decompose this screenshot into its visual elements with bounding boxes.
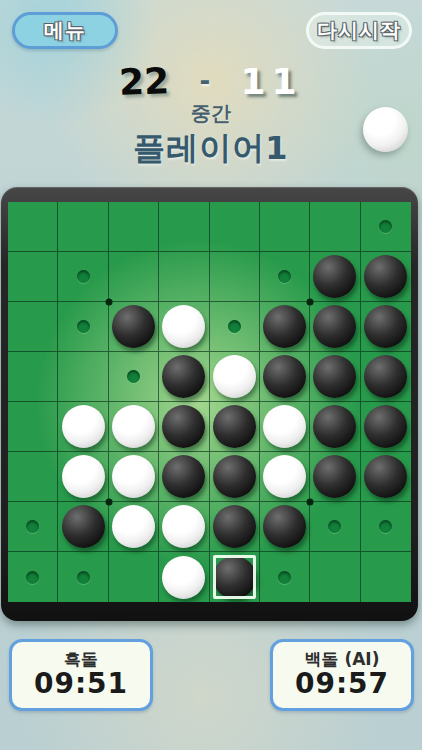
white-stone <box>162 505 205 548</box>
black-stone <box>263 505 306 548</box>
white-stone <box>112 505 155 548</box>
star-point <box>307 499 314 506</box>
board-cell-r0-c5[interactable] <box>260 202 310 252</box>
legal-move-hint-dot[interactable] <box>278 571 291 584</box>
board-grid <box>8 202 411 602</box>
board-cell-r2-c0[interactable] <box>8 302 58 352</box>
board-cell-r3-c5[interactable] <box>260 352 310 402</box>
board-frame <box>1 187 418 621</box>
white-timer-value: 09:57 <box>295 668 389 700</box>
board-cell-r5-c6[interactable] <box>310 452 360 502</box>
restart-button[interactable]: 다시시작 <box>306 12 412 49</box>
board-cell-r6-c5[interactable] <box>260 502 310 552</box>
board-cell-r2-c1[interactable] <box>58 302 108 352</box>
board-cell-r2-c2[interactable] <box>109 302 159 352</box>
white-stone <box>263 455 306 498</box>
board-cell-r1-c4[interactable] <box>210 252 260 302</box>
board-cell-r6-c0[interactable] <box>8 502 58 552</box>
board-cell-r0-c1[interactable] <box>58 202 108 252</box>
black-stone <box>62 505 105 548</box>
board-cell-r2-c3[interactable] <box>159 302 209 352</box>
black-stone <box>213 405 256 448</box>
board-cell-r6-c1[interactable] <box>58 502 108 552</box>
black-stone <box>162 455 205 498</box>
star-point <box>307 299 314 306</box>
black-timer-value: 09:51 <box>34 668 128 700</box>
white-stone <box>162 305 205 348</box>
white-stone <box>62 455 105 498</box>
board-cell-r2-c5[interactable] <box>260 302 310 352</box>
white-score: 11 <box>240 61 302 102</box>
menu-button[interactable]: 메뉴 <box>12 12 118 49</box>
board-cell-r5-c4[interactable] <box>210 452 260 502</box>
board-cell-r1-c0[interactable] <box>8 252 58 302</box>
board-cell-r4-c3[interactable] <box>159 402 209 452</box>
board-cell-r5-c2[interactable] <box>109 452 159 502</box>
board-cell-r5-c1[interactable] <box>58 452 108 502</box>
star-point <box>105 299 112 306</box>
legal-move-hint-dot[interactable] <box>77 571 90 584</box>
white-stone <box>162 556 205 599</box>
black-stone <box>313 455 356 498</box>
board-cell-r1-c7[interactable] <box>361 252 411 302</box>
white-stone <box>112 405 155 448</box>
board-cell-r0-c3[interactable] <box>159 202 209 252</box>
black-stone <box>364 355 407 398</box>
board-cell-r5-c5[interactable] <box>260 452 310 502</box>
board-cell-r6-c6[interactable] <box>310 502 360 552</box>
black-stone <box>213 505 256 548</box>
score-separator: - <box>200 66 211 96</box>
legal-move-hint-dot[interactable] <box>379 220 392 233</box>
board-cell-r1-c6[interactable] <box>310 252 360 302</box>
black-stone <box>313 305 356 348</box>
black-stone <box>364 305 407 348</box>
legal-move-hint-dot[interactable] <box>379 520 392 533</box>
black-stone <box>263 305 306 348</box>
board-cell-r0-c4[interactable] <box>210 202 260 252</box>
white-stone <box>112 455 155 498</box>
board-cell-r7-c7[interactable] <box>361 552 411 602</box>
board-cell-r3-c6[interactable] <box>310 352 360 402</box>
black-score: 22 <box>119 60 171 103</box>
legal-move-hint-dot[interactable] <box>278 270 291 283</box>
board <box>8 202 411 602</box>
board-cell-r2-c7[interactable] <box>361 302 411 352</box>
board-cell-r7-c6[interactable] <box>310 552 360 602</box>
board-cell-r5-c0[interactable] <box>8 452 58 502</box>
board-cell-r5-c7[interactable] <box>361 452 411 502</box>
board-cell-r6-c7[interactable] <box>361 502 411 552</box>
board-cell-r1-c5[interactable] <box>260 252 310 302</box>
legal-move-hint-dot[interactable] <box>127 370 140 383</box>
board-cell-r1-c2[interactable] <box>109 252 159 302</box>
board-cell-r4-c2[interactable] <box>109 402 159 452</box>
score-display: 22 - 11 <box>0 60 422 102</box>
board-cell-r1-c3[interactable] <box>159 252 209 302</box>
difficulty-label: 중간 <box>0 100 422 127</box>
board-cell-r3-c1[interactable] <box>58 352 108 402</box>
black-stone <box>364 455 407 498</box>
white-stone <box>263 405 306 448</box>
black-stone <box>162 405 205 448</box>
board-cell-r4-c6[interactable] <box>310 402 360 452</box>
black-timer-label: 흑돌 <box>64 650 98 669</box>
legal-move-hint-dot[interactable] <box>26 520 39 533</box>
board-cell-r0-c6[interactable] <box>310 202 360 252</box>
black-stone <box>313 355 356 398</box>
black-stone <box>213 556 256 599</box>
star-point <box>105 499 112 506</box>
board-cell-r3-c3[interactable] <box>159 352 209 402</box>
black-stone <box>364 405 407 448</box>
black-stone <box>213 455 256 498</box>
board-cell-r4-c1[interactable] <box>58 402 108 452</box>
board-cell-r5-c3[interactable] <box>159 452 209 502</box>
board-cell-r3-c2[interactable] <box>109 352 159 402</box>
legal-move-hint-dot[interactable] <box>77 270 90 283</box>
board-cell-r0-c2[interactable] <box>109 202 159 252</box>
board-cell-r6-c4[interactable] <box>210 502 260 552</box>
black-stone <box>313 255 356 298</box>
board-cell-r4-c5[interactable] <box>260 402 310 452</box>
black-timer-box: 흑돌 09:51 <box>9 639 153 711</box>
board-cell-r7-c5[interactable] <box>260 552 310 602</box>
board-cell-r7-c2[interactable] <box>109 552 159 602</box>
legal-move-hint-dot[interactable] <box>77 320 90 333</box>
board-cell-r0-c0[interactable] <box>8 202 58 252</box>
white-timer-box: 백돌 (AI) 09:57 <box>270 639 414 711</box>
board-cell-r3-c7[interactable] <box>361 352 411 402</box>
white-timer-label: 백돌 (AI) <box>305 650 380 669</box>
black-stone <box>364 255 407 298</box>
board-cell-r7-c1[interactable] <box>58 552 108 602</box>
board-cell-r7-c3[interactable] <box>159 552 209 602</box>
white-stone <box>213 355 256 398</box>
board-cell-r3-c4[interactable] <box>210 352 260 402</box>
board-cell-r1-c1[interactable] <box>58 252 108 302</box>
board-cell-r4-c4[interactable] <box>210 402 260 452</box>
black-stone <box>162 355 205 398</box>
turn-indicator-white-stone <box>363 107 408 152</box>
black-stone <box>313 405 356 448</box>
board-cell-r0-c7[interactable] <box>361 202 411 252</box>
legal-move-hint-dot[interactable] <box>228 320 241 333</box>
board-cell-r4-c0[interactable] <box>8 402 58 452</box>
legal-move-hint-dot[interactable] <box>26 571 39 584</box>
board-cell-r6-c3[interactable] <box>159 502 209 552</box>
board-cell-r2-c6[interactable] <box>310 302 360 352</box>
white-stone <box>62 405 105 448</box>
board-cell-r7-c0[interactable] <box>8 552 58 602</box>
black-stone <box>263 355 306 398</box>
legal-move-hint-dot[interactable] <box>328 520 341 533</box>
black-stone <box>112 305 155 348</box>
board-cell-r7-c4[interactable] <box>210 552 260 602</box>
board-cell-r6-c2[interactable] <box>109 502 159 552</box>
board-cell-r4-c7[interactable] <box>361 402 411 452</box>
current-player-label: 플레이어1 <box>0 127 422 171</box>
board-cell-r3-c0[interactable] <box>8 352 58 402</box>
board-cell-r2-c4[interactable] <box>210 302 260 352</box>
